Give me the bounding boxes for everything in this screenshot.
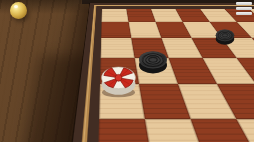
square-r0-c0[interactable] (102, 9, 129, 22)
dark-man-r2-c1[interactable] (138, 49, 168, 74)
white-king-r3-c0[interactable] (100, 64, 137, 98)
dark-man-r1-c4[interactable] (215, 28, 235, 45)
menu-bar (236, 7, 252, 10)
menu-bar (236, 2, 252, 5)
square-r2-c0[interactable] (101, 38, 135, 58)
ball-highlight (14, 5, 18, 8)
hamburger-menu-icon[interactable] (236, 2, 252, 15)
square-r1-c0[interactable] (101, 22, 131, 38)
dark-man-glyph (138, 49, 168, 74)
white-king-glyph (100, 64, 137, 98)
dark-man-glyph (215, 28, 235, 45)
menu-bar (236, 12, 252, 15)
game-scene (0, 0, 254, 142)
gold-ball (10, 2, 27, 19)
